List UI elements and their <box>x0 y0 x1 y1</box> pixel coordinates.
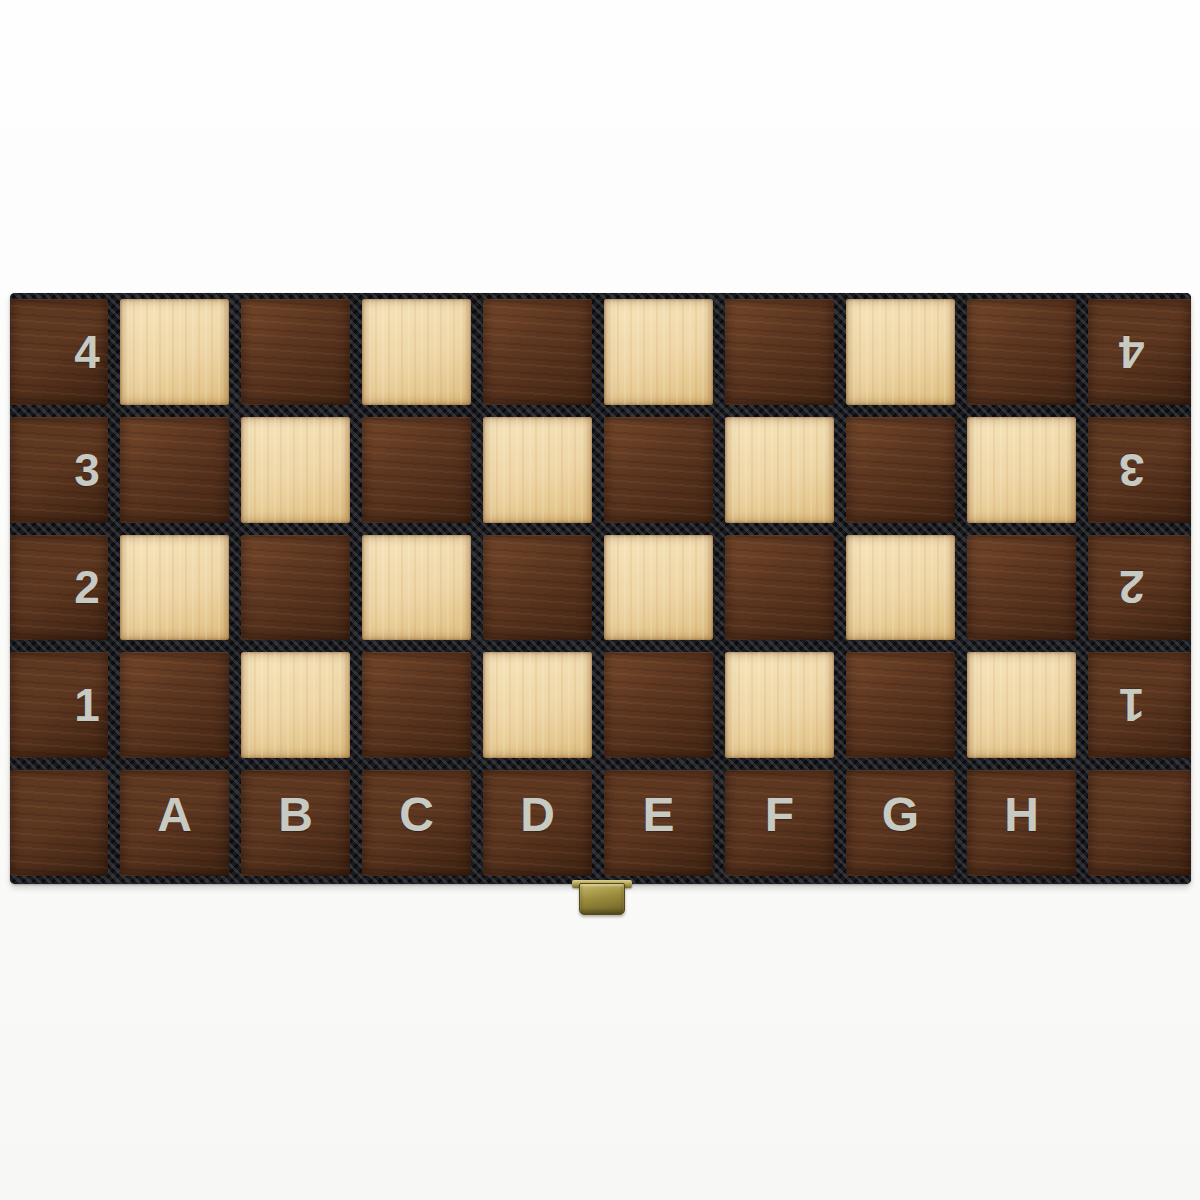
square-b3 <box>241 417 350 523</box>
product-photo-background: 44332211ABCDEFGH <box>0 0 1200 1200</box>
rank-label-left-3: 3 <box>10 417 108 523</box>
square-a3 <box>120 417 229 523</box>
square-f3 <box>725 417 834 523</box>
square-b2 <box>241 535 350 641</box>
label-text: B <box>278 791 313 839</box>
square-e4 <box>604 299 713 405</box>
file-label-f: F <box>725 770 834 876</box>
square-c2 <box>362 535 471 641</box>
label-text: 2 <box>1119 564 1145 610</box>
square-g2 <box>846 535 955 641</box>
square-g3 <box>846 417 955 523</box>
square-f1 <box>725 652 834 758</box>
rank-label-right-3: 3 <box>1088 417 1191 523</box>
square-b4 <box>241 299 350 405</box>
square-g1 <box>846 652 955 758</box>
clasp-body <box>579 883 625 915</box>
square-h1 <box>967 652 1076 758</box>
square-h4 <box>967 299 1076 405</box>
file-label-b: B <box>241 770 350 876</box>
square-f2 <box>725 535 834 641</box>
square-e1 <box>604 652 713 758</box>
square-f4 <box>725 299 834 405</box>
square-h2 <box>967 535 1076 641</box>
rank-label-left-4: 4 <box>10 299 108 405</box>
square-c4 <box>362 299 471 405</box>
square-e2 <box>604 535 713 641</box>
square-a1 <box>120 652 229 758</box>
square-c1 <box>362 652 471 758</box>
square-a2 <box>120 535 229 641</box>
corner-spacer-left <box>10 770 108 876</box>
square-h3 <box>967 417 1076 523</box>
label-text: E <box>642 791 674 839</box>
label-text: 3 <box>1119 447 1145 493</box>
label-text: C <box>399 791 434 839</box>
square-g4 <box>846 299 955 405</box>
corner-spacer-right <box>1088 770 1191 876</box>
file-label-h: H <box>967 770 1076 876</box>
file-label-e: E <box>604 770 713 876</box>
label-text: A <box>157 791 192 839</box>
label-text: 3 <box>74 447 100 493</box>
label-text: 1 <box>1119 682 1145 728</box>
rank-label-right-4: 4 <box>1088 299 1191 405</box>
file-label-c: C <box>362 770 471 876</box>
label-text: H <box>1004 791 1039 839</box>
file-label-g: G <box>846 770 955 876</box>
square-e3 <box>604 417 713 523</box>
square-d2 <box>483 535 592 641</box>
rank-label-left-2: 2 <box>10 535 108 641</box>
square-d4 <box>483 299 592 405</box>
square-d1 <box>483 652 592 758</box>
square-b1 <box>241 652 350 758</box>
label-text: 4 <box>74 329 100 375</box>
chessboard-box: 44332211ABCDEFGH <box>10 293 1191 884</box>
label-text: D <box>520 791 555 839</box>
board-grid: 44332211ABCDEFGH <box>10 293 1191 884</box>
brass-clasp <box>572 880 632 918</box>
square-d3 <box>483 417 592 523</box>
label-text: G <box>882 791 919 839</box>
square-a4 <box>120 299 229 405</box>
label-text: 4 <box>1119 329 1145 375</box>
label-text: 2 <box>74 564 100 610</box>
rank-label-right-2: 2 <box>1088 535 1191 641</box>
square-c3 <box>362 417 471 523</box>
label-text: F <box>765 791 794 839</box>
label-text: 1 <box>74 682 100 728</box>
rank-label-left-1: 1 <box>10 652 108 758</box>
file-label-d: D <box>483 770 592 876</box>
rank-label-right-1: 1 <box>1088 652 1191 758</box>
file-label-a: A <box>120 770 229 876</box>
